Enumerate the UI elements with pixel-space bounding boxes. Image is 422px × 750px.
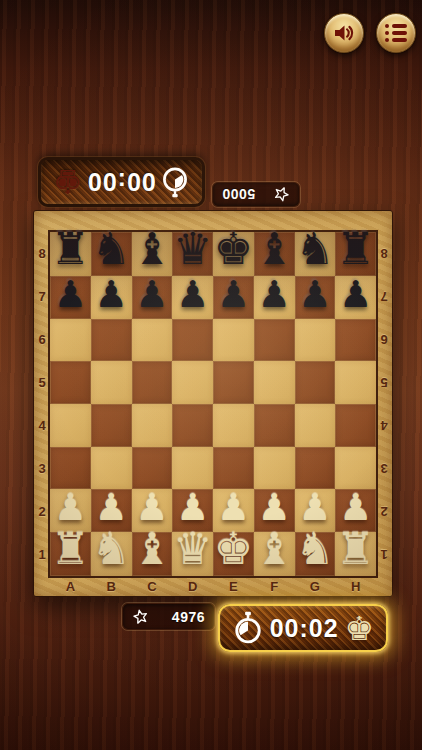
piece-black-pawn-d7[interactable]: ♟ xyxy=(176,276,209,313)
square-g6[interactable] xyxy=(295,319,336,362)
file-label-E: E xyxy=(213,576,254,596)
square-b6[interactable] xyxy=(91,319,132,362)
stopwatch-icon xyxy=(160,166,190,198)
square-d5[interactable] xyxy=(172,361,213,404)
piece-black-pawn-e7[interactable]: ♟ xyxy=(217,276,250,313)
rank-label-1: 1 xyxy=(34,533,50,576)
square-h6[interactable] xyxy=(335,319,376,362)
file-label-F: F xyxy=(254,576,295,596)
square-c6[interactable] xyxy=(132,319,173,362)
piece-white-pawn-d2[interactable]: ♟ xyxy=(176,489,209,526)
square-e3[interactable] xyxy=(213,447,254,490)
rank-label-4: 4 xyxy=(376,404,392,447)
piece-white-pawn-c2[interactable]: ♟ xyxy=(135,489,168,526)
piece-white-pawn-a2[interactable]: ♟ xyxy=(54,489,87,526)
rank-labels-right: 87654321 xyxy=(376,232,392,576)
piece-white-bishop-c1[interactable]: ♝ xyxy=(132,527,171,571)
file-label-A: A xyxy=(50,576,91,596)
file-label-C: C xyxy=(132,576,173,596)
square-d8[interactable]: ♛ xyxy=(172,232,213,276)
rank-label-3: 3 xyxy=(376,447,392,490)
piece-black-pawn-f7[interactable]: ♟ xyxy=(258,276,291,313)
piece-white-bishop-f1[interactable]: ♝ xyxy=(254,527,293,571)
square-a7[interactable]: ♟ xyxy=(50,276,91,319)
square-c4[interactable] xyxy=(132,404,173,447)
piece-white-rook-a1[interactable]: ♜ xyxy=(51,527,90,571)
speaker-icon xyxy=(332,21,356,45)
square-h1[interactable]: ♜ xyxy=(335,532,376,576)
square-a6[interactable] xyxy=(50,319,91,362)
sound-button[interactable] xyxy=(324,13,364,53)
square-b7[interactable]: ♟ xyxy=(91,276,132,319)
square-e1[interactable]: ♚ xyxy=(213,532,254,576)
rank-label-2: 2 xyxy=(34,490,50,533)
star-icon xyxy=(273,186,290,203)
square-h7[interactable]: ♟ xyxy=(335,276,376,319)
rank-label-3: 3 xyxy=(34,447,50,490)
piece-black-bishop-c8[interactable]: ♝ xyxy=(132,227,171,271)
rank-label-8: 8 xyxy=(376,232,392,275)
square-e7[interactable]: ♟ xyxy=(213,276,254,319)
piece-white-queen-d1[interactable]: ♛ xyxy=(173,527,212,571)
piece-black-pawn-b7[interactable]: ♟ xyxy=(95,276,128,313)
piece-black-rook-h8[interactable]: ♜ xyxy=(336,227,375,271)
piece-white-pawn-b2[interactable]: ♟ xyxy=(95,489,128,526)
square-b4[interactable] xyxy=(91,404,132,447)
file-label-D: D xyxy=(172,576,213,596)
square-g3[interactable] xyxy=(295,447,336,490)
piece-white-knight-b1[interactable]: ♞ xyxy=(91,527,130,571)
white-score-panel: 4976 xyxy=(122,603,215,630)
square-b3[interactable] xyxy=(91,447,132,490)
square-f7[interactable]: ♟ xyxy=(254,276,295,319)
rank-label-2: 2 xyxy=(376,490,392,533)
rank-label-6: 6 xyxy=(376,318,392,361)
piece-black-bishop-f8[interactable]: ♝ xyxy=(254,227,293,271)
stopwatch-icon xyxy=(232,611,264,645)
white-king-icon: ♚ xyxy=(344,612,374,645)
piece-black-knight-g8[interactable]: ♞ xyxy=(295,227,334,271)
rank-label-5: 5 xyxy=(34,361,50,404)
white-score-value: 4976 xyxy=(172,609,205,625)
piece-black-pawn-a7[interactable]: ♟ xyxy=(54,276,87,313)
square-d6[interactable] xyxy=(172,319,213,362)
square-h8[interactable]: ♜ xyxy=(335,232,376,276)
star-icon xyxy=(132,608,149,625)
menu-button[interactable] xyxy=(376,13,416,53)
square-e8[interactable]: ♚ xyxy=(213,232,254,276)
square-h5[interactable] xyxy=(335,361,376,404)
square-e4[interactable] xyxy=(213,404,254,447)
square-h3[interactable] xyxy=(335,447,376,490)
chess-board: 87654321 87654321 ABCDEFGH ♜♞♝♛♚♝♞♜♟♟♟♟♟… xyxy=(33,210,393,597)
square-c8[interactable]: ♝ xyxy=(132,232,173,276)
square-d7[interactable]: ♟ xyxy=(172,276,213,319)
piece-black-king-e8[interactable]: ♚ xyxy=(214,227,253,271)
square-g1[interactable]: ♞ xyxy=(295,532,336,576)
square-f8[interactable]: ♝ xyxy=(254,232,295,276)
square-a8[interactable]: ♜ xyxy=(50,232,91,276)
square-f3[interactable] xyxy=(254,447,295,490)
square-d1[interactable]: ♛ xyxy=(172,532,213,576)
piece-black-knight-b8[interactable]: ♞ xyxy=(91,227,130,271)
white-clock-time: 00:02 xyxy=(270,614,339,643)
square-g8[interactable]: ♞ xyxy=(295,232,336,276)
square-d4[interactable] xyxy=(172,404,213,447)
square-f1[interactable]: ♝ xyxy=(254,532,295,576)
square-g5[interactable] xyxy=(295,361,336,404)
black-score-panel: 5000 xyxy=(212,182,300,207)
square-g7[interactable]: ♟ xyxy=(295,276,336,319)
piece-white-pawn-e2[interactable]: ♟ xyxy=(217,489,250,526)
square-a5[interactable] xyxy=(50,361,91,404)
piece-white-knight-g1[interactable]: ♞ xyxy=(295,527,334,571)
square-h4[interactable] xyxy=(335,404,376,447)
rank-labels-left: 87654321 xyxy=(34,232,50,576)
square-g4[interactable] xyxy=(295,404,336,447)
square-f5[interactable] xyxy=(254,361,295,404)
square-c1[interactable]: ♝ xyxy=(132,532,173,576)
piece-black-pawn-g7[interactable]: ♟ xyxy=(298,276,331,313)
file-label-B: B xyxy=(91,576,132,596)
piece-white-pawn-h2[interactable]: ♟ xyxy=(339,489,372,526)
square-b1[interactable]: ♞ xyxy=(91,532,132,576)
piece-white-pawn-f2[interactable]: ♟ xyxy=(258,489,291,526)
piece-white-pawn-g2[interactable]: ♟ xyxy=(298,489,331,526)
list-menu-icon xyxy=(385,24,407,42)
board-grid: ♜♞♝♛♚♝♞♜♟♟♟♟♟♟♟♟♟♟♟♟♟♟♟♟♜♞♝♛♚♝♞♜ xyxy=(50,232,376,576)
square-f6[interactable] xyxy=(254,319,295,362)
square-e6[interactable] xyxy=(213,319,254,362)
square-c5[interactable] xyxy=(132,361,173,404)
rank-label-7: 7 xyxy=(34,275,50,318)
file-label-H: H xyxy=(335,576,376,596)
piece-black-pawn-c7[interactable]: ♟ xyxy=(135,276,168,313)
black-score-value: 5000 xyxy=(222,187,255,203)
rank-label-5: 5 xyxy=(376,361,392,404)
rank-label-7: 7 xyxy=(376,275,392,318)
piece-white-rook-h1[interactable]: ♜ xyxy=(336,527,375,571)
file-label-G: G xyxy=(295,576,336,596)
black-clock-time: 00:00 xyxy=(87,168,156,197)
rank-label-4: 4 xyxy=(34,404,50,447)
rank-label-1: 1 xyxy=(376,533,392,576)
square-a1[interactable]: ♜ xyxy=(50,532,91,576)
square-c3[interactable] xyxy=(132,447,173,490)
rank-label-8: 8 xyxy=(34,232,50,275)
file-labels-bottom: ABCDEFGH xyxy=(50,576,376,596)
black-timer-panel: 00:00 ♚ xyxy=(38,157,205,207)
square-b5[interactable] xyxy=(91,361,132,404)
piece-black-pawn-h7[interactable]: ♟ xyxy=(339,276,372,313)
white-timer-panel: 00:02 ♚ xyxy=(218,604,388,652)
game-screen: 00:00 ♚ 5000 87654321 87654321 ABCDEFGH … xyxy=(0,0,422,750)
black-king-icon: ♚ xyxy=(53,166,83,199)
square-b8[interactable]: ♞ xyxy=(91,232,132,276)
piece-black-queen-d8[interactable]: ♛ xyxy=(173,227,212,271)
square-e5[interactable] xyxy=(213,361,254,404)
square-c7[interactable]: ♟ xyxy=(132,276,173,319)
square-d3[interactable] xyxy=(172,447,213,490)
square-f4[interactable] xyxy=(254,404,295,447)
square-a3[interactable] xyxy=(50,447,91,490)
piece-black-rook-a8[interactable]: ♜ xyxy=(51,227,90,271)
square-a4[interactable] xyxy=(50,404,91,447)
rank-label-6: 6 xyxy=(34,318,50,361)
piece-white-king-e1[interactable]: ♚ xyxy=(214,527,253,571)
